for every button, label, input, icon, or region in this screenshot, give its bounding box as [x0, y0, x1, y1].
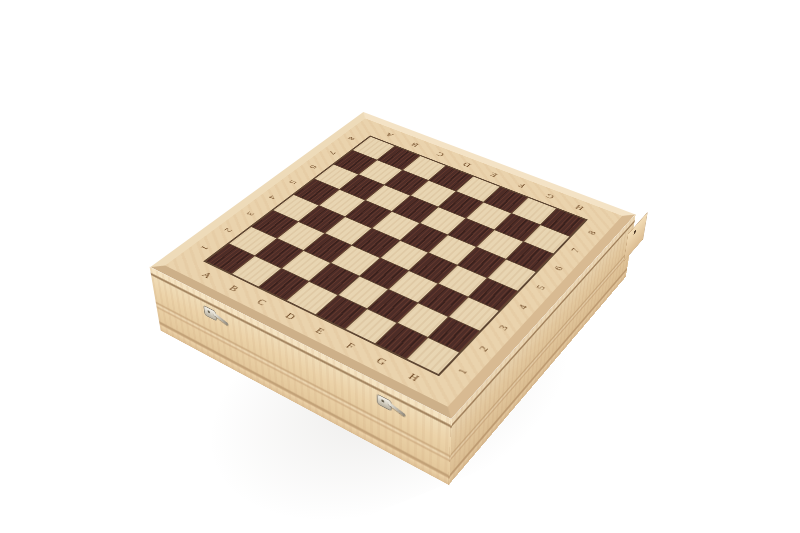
photo-scene: ABCDEFGH ABCDEFGH 87654321 87654321: [0, 0, 800, 533]
square-e2[interactable]: [338, 276, 387, 308]
rank-label-right-3: 3: [479, 312, 526, 342]
square-c2[interactable]: [282, 251, 330, 281]
square-h5[interactable]: [488, 260, 535, 291]
square-g4[interactable]: [439, 265, 487, 296]
square-d3[interactable]: [332, 246, 379, 276]
rank-label-right-2: 2: [459, 333, 507, 365]
square-h1[interactable]: [407, 338, 459, 374]
square-e4[interactable]: [381, 240, 428, 269]
rank-label-right-6: 6: [536, 255, 580, 282]
square-g3[interactable]: [419, 284, 468, 316]
rank-label-right-4: 4: [499, 292, 545, 321]
file-label-front-h: H: [389, 360, 439, 394]
file-label-front-d: D: [267, 301, 314, 331]
file-label-front-g: G: [357, 345, 406, 378]
square-b1[interactable]: [232, 256, 281, 286]
front-latch-left: [203, 303, 232, 332]
square-f1[interactable]: [345, 309, 396, 343]
square-f3[interactable]: [389, 271, 437, 302]
front-latch-right: [377, 392, 409, 424]
square-a1[interactable]: [206, 244, 254, 274]
square-e1[interactable]: [316, 295, 366, 328]
file-label-front-a: A: [185, 261, 230, 288]
square-c1[interactable]: [260, 269, 309, 300]
file-label-front-f: F: [326, 330, 374, 362]
square-d2[interactable]: [310, 263, 358, 294]
square-d1[interactable]: [287, 282, 337, 314]
hinge-pin: [633, 229, 636, 235]
file-label-front-c: C: [239, 288, 285, 317]
file-label-front-e: E: [296, 315, 344, 346]
square-h6[interactable]: [506, 242, 552, 271]
square-b2[interactable]: [256, 239, 303, 268]
square-g2[interactable]: [398, 303, 448, 337]
square-h3[interactable]: [449, 297, 498, 330]
square-f2[interactable]: [368, 289, 418, 322]
square-e3[interactable]: [360, 258, 408, 289]
square-h2[interactable]: [429, 317, 480, 352]
square-g1[interactable]: [376, 323, 427, 358]
rank-label-left-1: 1: [184, 235, 228, 261]
file-label-front-b: B: [211, 274, 257, 302]
square-g5[interactable]: [458, 247, 505, 277]
rank-label-right-1: 1: [438, 355, 487, 388]
square-h4[interactable]: [469, 278, 517, 310]
rank-label-right-7: 7: [553, 237, 596, 263]
rank-label-right-5: 5: [518, 273, 563, 301]
square-f4[interactable]: [409, 253, 456, 283]
